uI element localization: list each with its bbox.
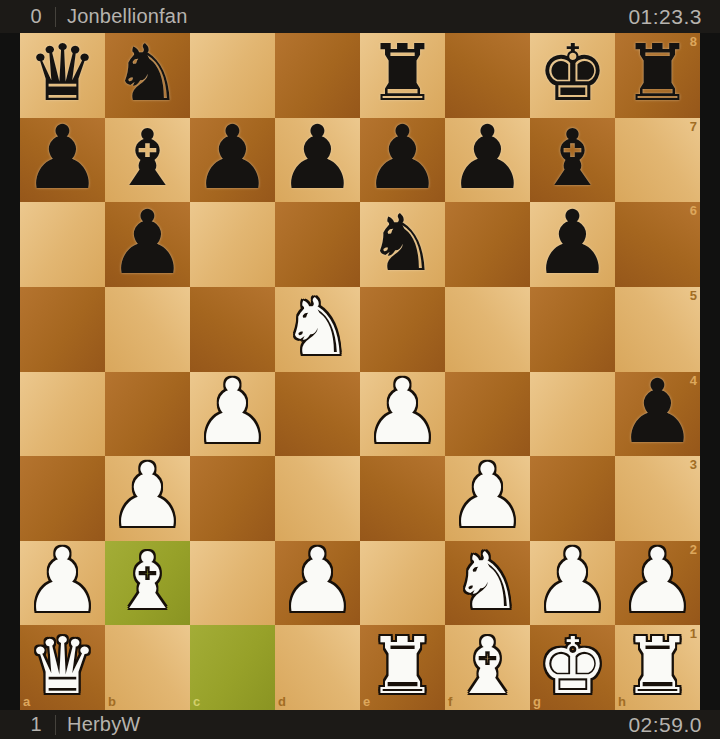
square-c4[interactable]: ♟ bbox=[190, 372, 275, 457]
bottom-player-name: HerbyW bbox=[67, 713, 140, 736]
square-h5[interactable]: 5 bbox=[615, 287, 700, 372]
black-rook-e8[interactable]: ♜ bbox=[368, 34, 438, 112]
square-c2[interactable] bbox=[190, 541, 275, 626]
square-f1[interactable]: ♝f bbox=[445, 625, 530, 710]
square-a8[interactable]: ♛ bbox=[20, 33, 105, 118]
black-rook-h8[interactable]: ♜ bbox=[623, 34, 693, 112]
square-d7[interactable]: ♟ bbox=[275, 118, 360, 203]
square-g4[interactable] bbox=[530, 372, 615, 457]
bottom-player-clock: 02:59.0 bbox=[628, 713, 702, 737]
square-g7[interactable]: ♝ bbox=[530, 118, 615, 203]
square-e3[interactable] bbox=[360, 456, 445, 541]
white-rook-e1[interactable]: ♜ bbox=[368, 627, 438, 705]
square-b7[interactable]: ♝ bbox=[105, 118, 190, 203]
square-h3[interactable]: 3 bbox=[615, 456, 700, 541]
square-h6[interactable]: 6 bbox=[615, 202, 700, 287]
black-bishop-b7[interactable]: ♝ bbox=[113, 119, 183, 197]
square-d4[interactable] bbox=[275, 372, 360, 457]
white-knight-d5[interactable]: ♞ bbox=[283, 288, 353, 366]
square-g8[interactable]: ♚ bbox=[530, 33, 615, 118]
black-king-g8[interactable]: ♚ bbox=[538, 34, 608, 112]
black-pawn-h4[interactable]: ♟ bbox=[618, 372, 697, 456]
white-pawn-h2[interactable]: ♟ bbox=[618, 541, 697, 625]
square-c3[interactable] bbox=[190, 456, 275, 541]
square-d6[interactable] bbox=[275, 202, 360, 287]
square-d3[interactable] bbox=[275, 456, 360, 541]
square-f5[interactable] bbox=[445, 287, 530, 372]
square-e5[interactable] bbox=[360, 287, 445, 372]
square-f7[interactable]: ♟ bbox=[445, 118, 530, 203]
square-h4[interactable]: ♟4 bbox=[615, 372, 700, 457]
white-rook-h1[interactable]: ♜ bbox=[623, 627, 693, 705]
square-c7[interactable]: ♟ bbox=[190, 118, 275, 203]
square-f4[interactable] bbox=[445, 372, 530, 457]
white-queen-a1[interactable]: ♛ bbox=[28, 627, 98, 705]
square-d5[interactable]: ♞ bbox=[275, 287, 360, 372]
square-h1[interactable]: ♜h1 bbox=[615, 625, 700, 710]
square-g3[interactable] bbox=[530, 456, 615, 541]
black-pawn-d7[interactable]: ♟ bbox=[278, 118, 357, 202]
square-b5[interactable] bbox=[105, 287, 190, 372]
file-label-b: b bbox=[108, 694, 116, 709]
square-b2[interactable]: ♝ bbox=[105, 541, 190, 626]
white-pawn-e4[interactable]: ♟ bbox=[363, 372, 442, 456]
white-pawn-b3[interactable]: ♟ bbox=[108, 456, 187, 540]
file-label-c: c bbox=[193, 694, 200, 709]
board-area: ♛♞♜♚♜8♟♝♟♟♟♟♝7♟♞♟6♞5♟♟♟4♟♟3♟♝♟♞♟♟2♛abcd♜… bbox=[0, 33, 720, 710]
white-pawn-d2[interactable]: ♟ bbox=[278, 541, 357, 625]
white-knight-f2[interactable]: ♞ bbox=[453, 542, 523, 620]
square-c6[interactable] bbox=[190, 202, 275, 287]
square-e8[interactable]: ♜ bbox=[360, 33, 445, 118]
rank-label-6: 6 bbox=[690, 203, 697, 218]
black-knight-b8[interactable]: ♞ bbox=[113, 34, 183, 112]
square-d1[interactable]: d bbox=[275, 625, 360, 710]
white-pawn-f3[interactable]: ♟ bbox=[448, 456, 527, 540]
square-a7[interactable]: ♟ bbox=[20, 118, 105, 203]
rank-label-5: 5 bbox=[690, 288, 697, 303]
square-a1[interactable]: ♛a bbox=[20, 625, 105, 710]
rank-label-3: 3 bbox=[690, 457, 697, 472]
square-g6[interactable]: ♟ bbox=[530, 202, 615, 287]
white-pawn-a2[interactable]: ♟ bbox=[23, 541, 102, 625]
square-e7[interactable]: ♟ bbox=[360, 118, 445, 203]
white-pawn-c4[interactable]: ♟ bbox=[193, 372, 272, 456]
black-pawn-a7[interactable]: ♟ bbox=[23, 118, 102, 202]
top-player-name: Jonbellionfan bbox=[67, 5, 187, 28]
square-h7[interactable]: 7 bbox=[615, 118, 700, 203]
square-b1[interactable]: b bbox=[105, 625, 190, 710]
score-divider bbox=[55, 7, 56, 27]
bottom-player-bar: 1 HerbyW 02:59.0 bbox=[0, 710, 720, 739]
black-bishop-g7[interactable]: ♝ bbox=[538, 119, 608, 197]
square-f8[interactable] bbox=[445, 33, 530, 118]
rank-label-7: 7 bbox=[690, 119, 697, 134]
square-g5[interactable] bbox=[530, 287, 615, 372]
square-f6[interactable] bbox=[445, 202, 530, 287]
score-divider bbox=[55, 715, 56, 735]
square-a3[interactable] bbox=[20, 456, 105, 541]
square-h8[interactable]: ♜8 bbox=[615, 33, 700, 118]
square-a5[interactable] bbox=[20, 287, 105, 372]
black-pawn-f7[interactable]: ♟ bbox=[448, 118, 527, 202]
top-player-score: 0 bbox=[28, 5, 44, 28]
white-bishop-b2[interactable]: ♝ bbox=[113, 542, 183, 620]
white-pawn-g2[interactable]: ♟ bbox=[533, 541, 612, 625]
white-bishop-f1[interactable]: ♝ bbox=[453, 627, 523, 705]
square-b6[interactable]: ♟ bbox=[105, 202, 190, 287]
top-player-bar: 0 Jonbellionfan 01:23.3 bbox=[0, 0, 720, 33]
square-e4[interactable]: ♟ bbox=[360, 372, 445, 457]
square-h2[interactable]: ♟2 bbox=[615, 541, 700, 626]
square-g2[interactable]: ♟ bbox=[530, 541, 615, 626]
square-e6[interactable]: ♞ bbox=[360, 202, 445, 287]
white-king-g1[interactable]: ♚ bbox=[538, 627, 608, 705]
file-label-d: d bbox=[278, 694, 286, 709]
square-c5[interactable] bbox=[190, 287, 275, 372]
square-f2[interactable]: ♞ bbox=[445, 541, 530, 626]
black-queen-a8[interactable]: ♛ bbox=[28, 34, 98, 112]
square-c8[interactable] bbox=[190, 33, 275, 118]
chess-game-screen: 0 Jonbellionfan 01:23.3 ♛♞♜♚♜8♟♝♟♟♟♟♝7♟♞… bbox=[0, 0, 720, 739]
square-c1[interactable]: c bbox=[190, 625, 275, 710]
square-e2[interactable] bbox=[360, 541, 445, 626]
square-g1[interactable]: ♚g bbox=[530, 625, 615, 710]
square-b8[interactable]: ♞ bbox=[105, 33, 190, 118]
top-player-clock: 01:23.3 bbox=[628, 5, 702, 29]
black-pawn-g6[interactable]: ♟ bbox=[533, 202, 612, 286]
black-pawn-e7[interactable]: ♟ bbox=[363, 118, 442, 202]
square-b3[interactable]: ♟ bbox=[105, 456, 190, 541]
black-knight-e6[interactable]: ♞ bbox=[368, 204, 438, 282]
bottom-player-score: 1 bbox=[28, 713, 44, 736]
square-d8[interactable] bbox=[275, 33, 360, 118]
chess-board[interactable]: ♛♞♜♚♜8♟♝♟♟♟♟♝7♟♞♟6♞5♟♟♟4♟♟3♟♝♟♞♟♟2♛abcd♜… bbox=[20, 33, 700, 710]
square-b4[interactable] bbox=[105, 372, 190, 457]
square-a2[interactable]: ♟ bbox=[20, 541, 105, 626]
black-pawn-c7[interactable]: ♟ bbox=[193, 118, 272, 202]
square-d2[interactable]: ♟ bbox=[275, 541, 360, 626]
square-f3[interactable]: ♟ bbox=[445, 456, 530, 541]
black-pawn-b6[interactable]: ♟ bbox=[108, 202, 187, 286]
square-a4[interactable] bbox=[20, 372, 105, 457]
square-e1[interactable]: ♜e bbox=[360, 625, 445, 710]
square-a6[interactable] bbox=[20, 202, 105, 287]
